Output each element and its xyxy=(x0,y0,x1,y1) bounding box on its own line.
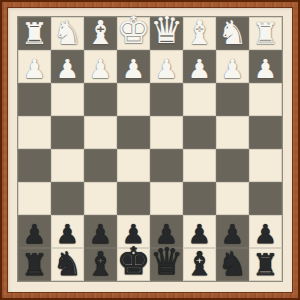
square-d5[interactable] xyxy=(150,149,183,182)
square-c5[interactable] xyxy=(183,149,216,182)
square-b6[interactable] xyxy=(216,182,249,215)
square-f4[interactable] xyxy=(84,116,117,149)
square-g6[interactable] xyxy=(51,182,84,215)
square-g4[interactable] xyxy=(51,116,84,149)
square-a5[interactable] xyxy=(249,149,282,182)
piece-black-rook-a8[interactable]: ♜ xyxy=(243,250,288,280)
square-b3[interactable] xyxy=(216,83,249,116)
square-a1[interactable]: ♜ xyxy=(249,17,282,50)
piece-black-pawn-a7[interactable]: ♟ xyxy=(243,221,288,247)
square-h3[interactable] xyxy=(18,83,51,116)
square-b5[interactable] xyxy=(216,149,249,182)
square-b4[interactable] xyxy=(216,116,249,149)
square-a7[interactable]: ♟ xyxy=(249,215,282,248)
square-f5[interactable] xyxy=(84,149,117,182)
chess-board: ♜♞♝♚♛♝♞♜♟♟♟♟♟♟♟♟♟♟♟♟♟♟♟♟♜♞♝♚♛♝♞♜ xyxy=(17,16,283,282)
square-c6[interactable] xyxy=(183,182,216,215)
square-c3[interactable] xyxy=(183,83,216,116)
square-a8[interactable]: ♜ xyxy=(249,248,282,281)
square-h4[interactable] xyxy=(18,116,51,149)
piece-white-pawn-a2[interactable]: ♟ xyxy=(243,56,288,82)
square-a3[interactable] xyxy=(249,83,282,116)
square-g3[interactable] xyxy=(51,83,84,116)
square-g5[interactable] xyxy=(51,149,84,182)
square-a4[interactable] xyxy=(249,116,282,149)
piece-white-rook-a1[interactable]: ♜ xyxy=(243,19,288,49)
square-e6[interactable] xyxy=(117,182,150,215)
square-a6[interactable] xyxy=(249,182,282,215)
square-f6[interactable] xyxy=(84,182,117,215)
square-h6[interactable] xyxy=(18,182,51,215)
square-c4[interactable] xyxy=(183,116,216,149)
square-e3[interactable] xyxy=(117,83,150,116)
square-a2[interactable]: ♟ xyxy=(249,50,282,83)
square-h5[interactable] xyxy=(18,149,51,182)
square-f3[interactable] xyxy=(84,83,117,116)
square-d3[interactable] xyxy=(150,83,183,116)
square-d4[interactable] xyxy=(150,116,183,149)
square-e4[interactable] xyxy=(117,116,150,149)
square-d6[interactable] xyxy=(150,182,183,215)
square-e5[interactable] xyxy=(117,149,150,182)
